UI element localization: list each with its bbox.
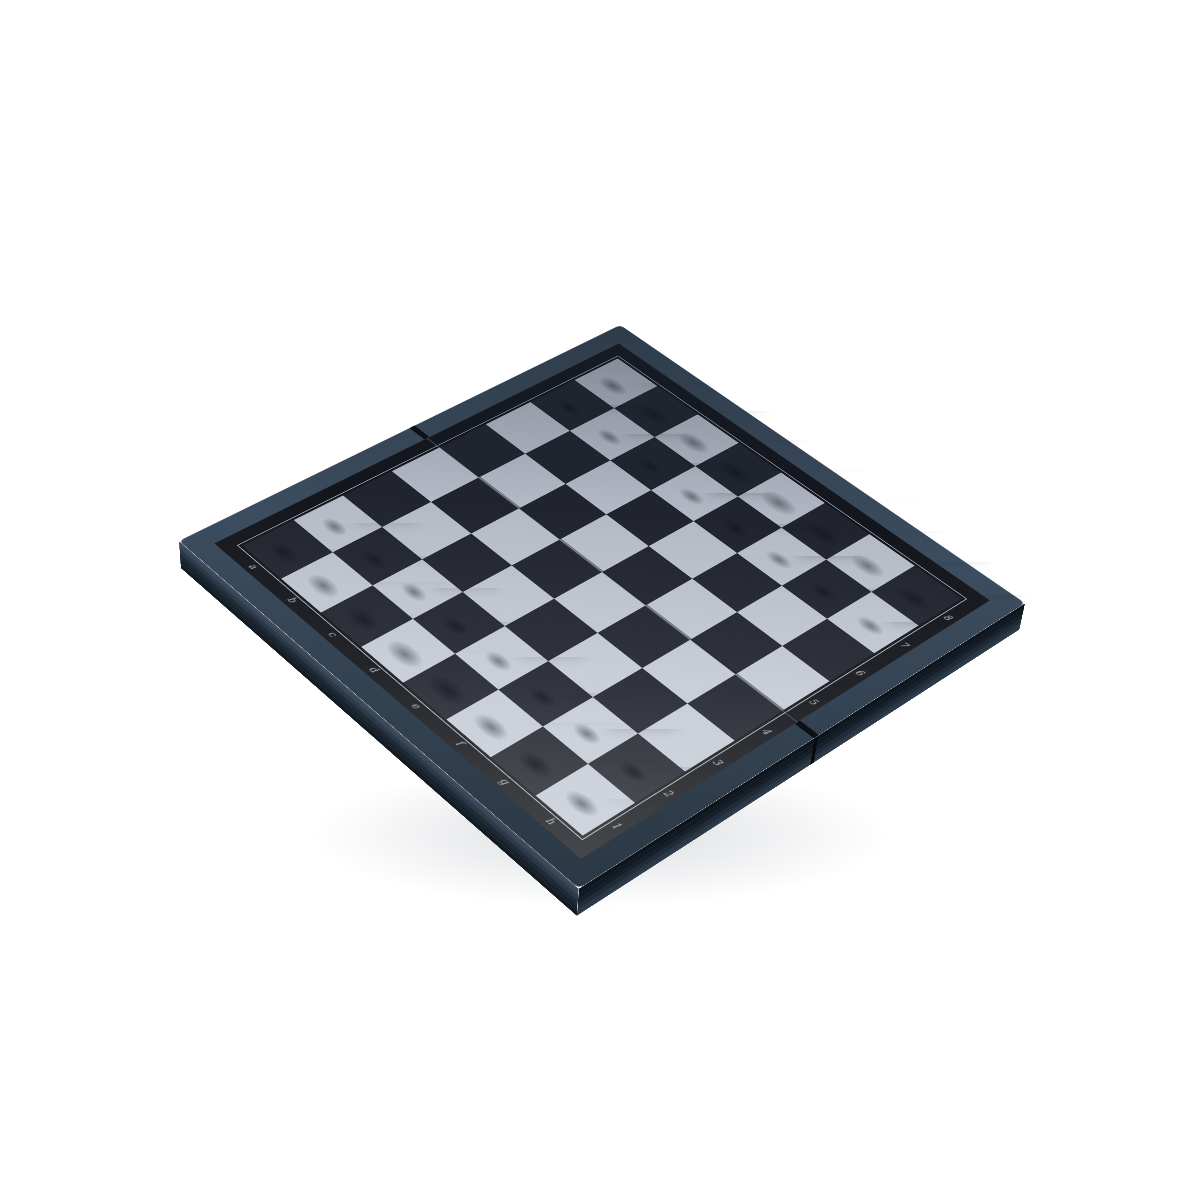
- file-label-e: e: [409, 701, 424, 711]
- scene-rotation: abcdefgh 12345678 ♜♞♝♛♚♝♞♜♟♟♟♟♟♟♟♟♟♟♟♟♟♟…: [0, 0, 1200, 1200]
- file-label-c: c: [325, 629, 340, 638]
- rank-label-6: 6: [852, 668, 866, 678]
- fold-seam-wall: [810, 736, 818, 765]
- file-label-f: f: [453, 738, 467, 747]
- file-label-g: g: [497, 776, 513, 787]
- chess-board-assembly: abcdefgh 12345678 ♜♞♝♛♚♝♞♜♟♟♟♟♟♟♟♟♟♟♟♟♟♟…: [179, 325, 1025, 889]
- product-photo-canvas: abcdefgh 12345678 ♜♞♝♛♚♝♞♜♟♟♟♟♟♟♟♟♟♟♟♟♟♟…: [0, 0, 1200, 1200]
- scene-perspective: abcdefgh 12345678 ♜♞♝♛♚♝♞♜♟♟♟♟♟♟♟♟♟♟♟♟♟♟…: [0, 0, 1200, 1200]
- rank-label-4: 4: [759, 726, 774, 736]
